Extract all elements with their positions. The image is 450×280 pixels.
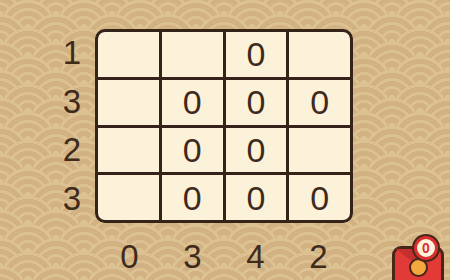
cell-r2c4[interactable]: 0 bbox=[289, 80, 350, 125]
col-clue-3: 4 bbox=[224, 234, 287, 280]
cell-r3c4[interactable] bbox=[289, 128, 350, 173]
col-clues: 0 3 4 2 bbox=[98, 234, 350, 280]
col-clue-1: 0 bbox=[98, 234, 161, 280]
cell-r2c1[interactable] bbox=[98, 80, 159, 125]
row-clues: 1 3 2 3 bbox=[56, 29, 88, 223]
cell-r4c2[interactable]: 0 bbox=[162, 175, 223, 220]
puzzle-board: 0 0 0 0 0 0 0 0 0 bbox=[95, 29, 353, 223]
col-clue-2: 3 bbox=[161, 234, 224, 280]
cell-r1c3[interactable]: 0 bbox=[226, 32, 287, 77]
cell-r3c1[interactable] bbox=[98, 128, 159, 173]
row-clue-3: 2 bbox=[56, 126, 88, 175]
cell-r3c3[interactable]: 0 bbox=[226, 128, 287, 173]
cell-r4c4[interactable]: 0 bbox=[289, 175, 350, 220]
row-clue-2: 3 bbox=[56, 78, 88, 127]
cell-r3c2[interactable]: 0 bbox=[162, 128, 223, 173]
cell-r1c4[interactable] bbox=[289, 32, 350, 77]
row-clue-4: 3 bbox=[56, 175, 88, 224]
row-clue-1: 1 bbox=[56, 29, 88, 78]
cell-r1c1[interactable] bbox=[98, 32, 159, 77]
cell-r4c1[interactable] bbox=[98, 175, 159, 220]
cell-r1c2[interactable] bbox=[162, 32, 223, 77]
cell-r2c2[interactable]: 0 bbox=[162, 80, 223, 125]
col-clue-4: 2 bbox=[287, 234, 350, 280]
cell-r2c3[interactable]: 0 bbox=[226, 80, 287, 125]
badge-count: 0 bbox=[414, 236, 438, 260]
envelope-seal-icon bbox=[409, 258, 428, 277]
cell-r4c3[interactable]: 0 bbox=[226, 175, 287, 220]
